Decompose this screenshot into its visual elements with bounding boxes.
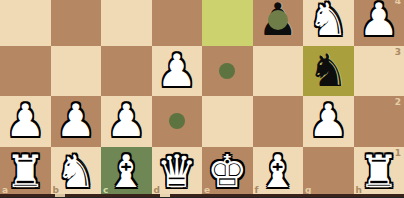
- square-d2[interactable]: [152, 96, 203, 147]
- rank-label-4: 4: [395, 0, 401, 6]
- white-pawn: ♟: [152, 46, 203, 97]
- square-e4[interactable]: [202, 0, 253, 46]
- white-pawn: ♟: [354, 0, 404, 46]
- square-f2[interactable]: [253, 96, 304, 147]
- square-c3[interactable]: [101, 46, 152, 97]
- square-d3[interactable]: ♟: [152, 46, 203, 97]
- square-f1[interactable]: ♝f: [253, 147, 304, 198]
- bottom-ui-strip: [0, 194, 404, 197]
- square-a2[interactable]: ♟: [0, 96, 51, 147]
- square-b1[interactable]: ♞b: [51, 147, 102, 198]
- black-knight: ♞: [303, 46, 354, 97]
- square-b2[interactable]: ♟: [51, 96, 102, 147]
- square-f4[interactable]: ♟: [253, 0, 304, 46]
- chess-board: ♟♞♟4♟♞3♟♟♟♟2♜a♞b♝c♛d♚e♝fg♜h1: [0, 0, 404, 197]
- square-a3[interactable]: [0, 46, 51, 97]
- square-a4[interactable]: [0, 0, 51, 46]
- square-b4[interactable]: [51, 0, 102, 46]
- square-e3[interactable]: [202, 46, 253, 97]
- square-d4[interactable]: [152, 0, 203, 46]
- rank-label-2: 2: [395, 97, 401, 107]
- white-pawn: ♟: [0, 96, 51, 147]
- square-h2[interactable]: 2: [354, 96, 404, 147]
- square-h1[interactable]: ♜h1: [354, 147, 404, 198]
- square-a1[interactable]: ♜a: [0, 147, 51, 198]
- white-pawn: ♟: [51, 96, 102, 147]
- square-c4[interactable]: [101, 0, 152, 46]
- square-g2[interactable]: ♟: [303, 96, 354, 147]
- white-pawn: ♟: [101, 96, 152, 147]
- move-dest-dot: [169, 113, 185, 129]
- white-knight: ♞: [303, 0, 354, 46]
- rank-label-3: 3: [395, 47, 401, 57]
- chess-app-viewport: ♟♞♟4♟♞3♟♟♟♟2♜a♞b♝c♛d♚e♝fg♜h1: [0, 0, 404, 197]
- square-b3[interactable]: [51, 46, 102, 97]
- white-bishop: ♝: [101, 147, 152, 198]
- square-e2[interactable]: [202, 96, 253, 147]
- white-bishop: ♝: [253, 147, 304, 198]
- square-g3[interactable]: ♞: [303, 46, 354, 97]
- capture-dest-dot: [268, 10, 288, 30]
- white-pawn: ♟: [303, 96, 354, 147]
- square-h4[interactable]: ♟4: [354, 0, 404, 46]
- square-f3[interactable]: [253, 46, 304, 97]
- square-g1[interactable]: g: [303, 147, 354, 198]
- square-c1[interactable]: ♝c: [101, 147, 152, 198]
- move-dest-dot: [219, 63, 235, 79]
- square-c2[interactable]: ♟: [101, 96, 152, 147]
- rank-label-1: 1: [395, 148, 401, 158]
- square-d1[interactable]: ♛d: [152, 147, 203, 198]
- square-g4[interactable]: ♞: [303, 0, 354, 46]
- square-e1[interactable]: ♚e: [202, 147, 253, 198]
- square-h3[interactable]: 3: [354, 46, 404, 97]
